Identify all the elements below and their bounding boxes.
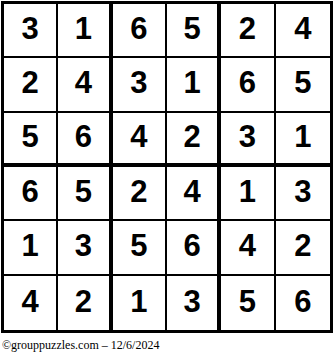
- sudoku-cell-r2c4: 1: [167, 58, 221, 112]
- sudoku-cell-r3c4: 2: [167, 113, 221, 167]
- sudoku-cell-r2c5: 6: [221, 58, 275, 112]
- sudoku-cell-r5c2: 3: [58, 221, 112, 275]
- sudoku-cell-r6c2: 2: [58, 276, 112, 330]
- sudoku-cell-r4c3: 2: [113, 167, 167, 221]
- sudoku-cell-r5c1: 1: [4, 221, 58, 275]
- sudoku-cell-r5c3: 5: [113, 221, 167, 275]
- sudoku-cell-r6c4: 3: [167, 276, 221, 330]
- sudoku-cell-r5c6: 2: [276, 221, 330, 275]
- sudoku-cell-r3c3: 4: [113, 113, 167, 167]
- copyright-credit: ©grouppuzzles.com – 12/6/2024: [2, 338, 159, 353]
- sudoku-cell-r4c5: 1: [221, 167, 275, 221]
- sudoku-cell-r1c2: 1: [58, 4, 112, 58]
- sudoku-cell-r4c1: 6: [4, 167, 58, 221]
- sudoku-cell-r2c6: 5: [276, 58, 330, 112]
- sudoku-cell-r3c2: 6: [58, 113, 112, 167]
- sudoku-cell-r6c6: 6: [276, 276, 330, 330]
- sudoku-cell-r1c3: 6: [113, 4, 167, 58]
- sudoku-cell-r2c1: 2: [4, 58, 58, 112]
- sudoku-board: 3 1 6 5 2 4 2 4 3 1 6 5 5 6 4 2 3 1 6 5 …: [1, 1, 333, 333]
- sudoku-cell-r4c6: 3: [276, 167, 330, 221]
- sudoku-cell-r6c5: 5: [221, 276, 275, 330]
- sudoku-cell-r3c6: 1: [276, 113, 330, 167]
- sudoku-cell-r1c1: 3: [4, 4, 58, 58]
- sudoku-cell-r4c4: 4: [167, 167, 221, 221]
- sudoku-cell-r5c4: 6: [167, 221, 221, 275]
- sudoku-cell-r6c1: 4: [4, 276, 58, 330]
- sudoku-cell-r2c3: 3: [113, 58, 167, 112]
- sudoku-cell-r1c6: 4: [276, 4, 330, 58]
- sudoku-cell-r2c2: 4: [58, 58, 112, 112]
- sudoku-cell-r3c1: 5: [4, 113, 58, 167]
- sudoku-cell-r1c5: 2: [221, 4, 275, 58]
- sudoku-cell-r6c3: 1: [113, 276, 167, 330]
- sudoku-answer-page: 3 1 6 5 2 4 2 4 3 1 6 5 5 6 4 2 3 1 6 5 …: [0, 0, 335, 357]
- sudoku-cell-r3c5: 3: [221, 113, 275, 167]
- sudoku-cell-r1c4: 5: [167, 4, 221, 58]
- sudoku-cell-r4c2: 5: [58, 167, 112, 221]
- sudoku-cell-r5c5: 4: [221, 221, 275, 275]
